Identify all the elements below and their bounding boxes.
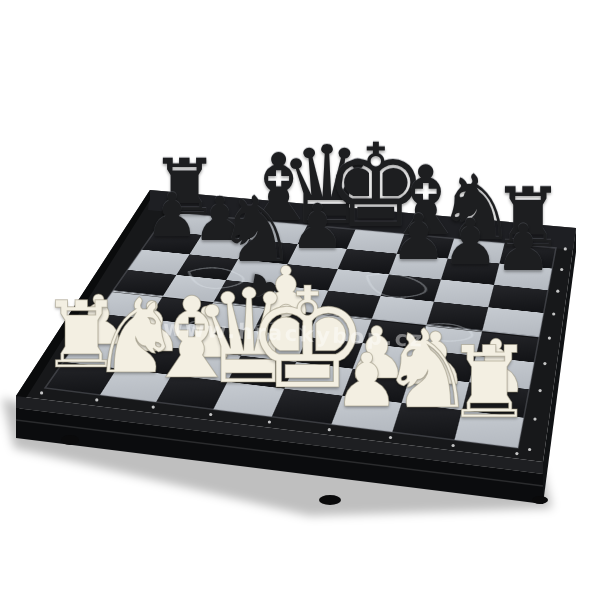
- frame-foot: [532, 496, 548, 504]
- chess-board-grid: [45, 212, 556, 448]
- product-photo-chess-set: ♜♝♛♚♝♞♜♟♟♟♟♟♟♞♟♟♟♟♟♟♟♟♜♞♝♛♚♟♞♜ www.hrack…: [0, 0, 600, 600]
- frame-foot: [319, 495, 341, 505]
- frame-foot: [61, 435, 79, 445]
